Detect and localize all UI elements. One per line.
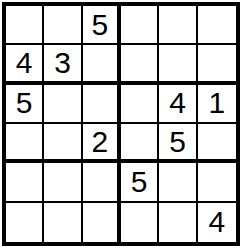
cell-r2c1[interactable]: 4: [6, 45, 44, 84]
cell-r4c2[interactable]: [44, 124, 82, 163]
cell-r1c4[interactable]: [121, 6, 159, 45]
cell-r4c3[interactable]: 2: [83, 124, 121, 163]
cell-r5c1[interactable]: [6, 163, 44, 202]
cell-r3c1[interactable]: 5: [6, 85, 44, 124]
cell-r2c5[interactable]: [159, 45, 197, 84]
cell-r3c3[interactable]: [83, 85, 121, 124]
cell-r1c5[interactable]: [159, 6, 197, 45]
cell-r3c6[interactable]: 1: [198, 85, 236, 124]
cell-r4c1[interactable]: [6, 124, 44, 163]
cell-r2c6[interactable]: [198, 45, 236, 84]
cell-r2c2[interactable]: 3: [44, 45, 82, 84]
cell-r3c5[interactable]: 4: [159, 85, 197, 124]
cell-r2c3[interactable]: [83, 45, 121, 84]
cell-r1c3[interactable]: 5: [83, 6, 121, 45]
cell-r3c2[interactable]: [44, 85, 82, 124]
cell-r6c1[interactable]: [6, 203, 44, 242]
cell-r5c2[interactable]: [44, 163, 82, 202]
cell-r1c2[interactable]: [44, 6, 82, 45]
cell-r1c6[interactable]: [198, 6, 236, 45]
cell-r2c4[interactable]: [121, 45, 159, 84]
cell-r5c5[interactable]: [159, 163, 197, 202]
cell-r4c6[interactable]: [198, 124, 236, 163]
sudoku-board: 5435412554: [2, 2, 240, 246]
cell-r6c4[interactable]: [121, 203, 159, 242]
cell-r6c6[interactable]: 4: [198, 203, 236, 242]
cell-r4c5[interactable]: 5: [159, 124, 197, 163]
cell-r6c2[interactable]: [44, 203, 82, 242]
cell-r6c5[interactable]: [159, 203, 197, 242]
cell-r5c6[interactable]: [198, 163, 236, 202]
cell-r6c3[interactable]: [83, 203, 121, 242]
cell-r3c4[interactable]: [121, 85, 159, 124]
cell-r5c3[interactable]: [83, 163, 121, 202]
cell-r4c4[interactable]: [121, 124, 159, 163]
cell-r1c1[interactable]: [6, 6, 44, 45]
cell-r5c4[interactable]: 5: [121, 163, 159, 202]
